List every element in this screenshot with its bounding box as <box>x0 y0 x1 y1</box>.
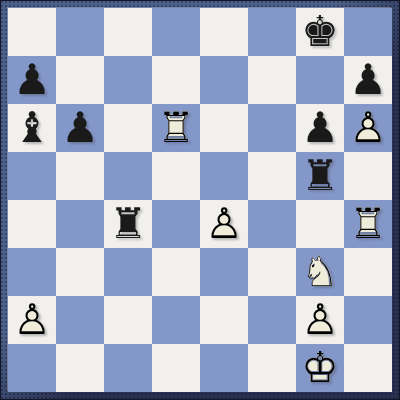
square-e4[interactable]: ♟♙ <box>200 200 248 248</box>
square-b8[interactable] <box>56 8 104 56</box>
chess-board: ♚♟♟♝♟♜♖♟♟♙♜♜♟♙♜♖♞♘♟♙♟♙♚♔ <box>8 8 392 392</box>
square-f2[interactable] <box>248 296 296 344</box>
square-h8[interactable] <box>344 8 392 56</box>
square-g5[interactable]: ♜ <box>296 152 344 200</box>
white-king-piece[interactable]: ♚♔ <box>296 344 344 392</box>
square-d5[interactable] <box>152 152 200 200</box>
board-frame: ♚♟♟♝♟♜♖♟♟♙♜♜♟♙♜♖♞♘♟♙♟♙♚♔ <box>0 0 400 400</box>
square-h5[interactable] <box>344 152 392 200</box>
square-b2[interactable] <box>56 296 104 344</box>
square-d6[interactable]: ♜♖ <box>152 104 200 152</box>
square-c6[interactable] <box>104 104 152 152</box>
square-e8[interactable] <box>200 8 248 56</box>
square-f5[interactable] <box>248 152 296 200</box>
square-d7[interactable] <box>152 56 200 104</box>
square-e7[interactable] <box>200 56 248 104</box>
square-c1[interactable] <box>104 344 152 392</box>
square-e5[interactable] <box>200 152 248 200</box>
square-c4[interactable]: ♜ <box>104 200 152 248</box>
square-b5[interactable] <box>56 152 104 200</box>
square-b1[interactable] <box>56 344 104 392</box>
square-f3[interactable] <box>248 248 296 296</box>
square-a1[interactable] <box>8 344 56 392</box>
white-rook-piece[interactable]: ♜♖ <box>152 104 200 152</box>
square-a7[interactable]: ♟ <box>8 56 56 104</box>
white-pawn-piece[interactable]: ♟♙ <box>8 296 56 344</box>
square-h4[interactable]: ♜♖ <box>344 200 392 248</box>
white-pawn-piece[interactable]: ♟♙ <box>296 296 344 344</box>
square-c7[interactable] <box>104 56 152 104</box>
square-h2[interactable] <box>344 296 392 344</box>
black-king-piece[interactable]: ♚ <box>296 8 344 56</box>
square-g7[interactable] <box>296 56 344 104</box>
square-g3[interactable]: ♞♘ <box>296 248 344 296</box>
square-d3[interactable] <box>152 248 200 296</box>
square-d4[interactable] <box>152 200 200 248</box>
square-e2[interactable] <box>200 296 248 344</box>
square-b6[interactable]: ♟ <box>56 104 104 152</box>
square-g6[interactable]: ♟ <box>296 104 344 152</box>
square-d8[interactable] <box>152 8 200 56</box>
square-g1[interactable]: ♚♔ <box>296 344 344 392</box>
white-rook-piece[interactable]: ♜♖ <box>344 200 392 248</box>
square-b7[interactable] <box>56 56 104 104</box>
square-b3[interactable] <box>56 248 104 296</box>
black-pawn-piece[interactable]: ♟ <box>8 56 56 104</box>
black-bishop-piece[interactable]: ♝ <box>8 104 56 152</box>
square-e6[interactable] <box>200 104 248 152</box>
square-g2[interactable]: ♟♙ <box>296 296 344 344</box>
square-a3[interactable] <box>8 248 56 296</box>
square-a8[interactable] <box>8 8 56 56</box>
white-pawn-piece[interactable]: ♟♙ <box>344 104 392 152</box>
square-a2[interactable]: ♟♙ <box>8 296 56 344</box>
black-rook-piece[interactable]: ♜ <box>296 152 344 200</box>
square-h6[interactable]: ♟♙ <box>344 104 392 152</box>
square-e3[interactable] <box>200 248 248 296</box>
black-pawn-piece[interactable]: ♟ <box>296 104 344 152</box>
square-f6[interactable] <box>248 104 296 152</box>
square-d1[interactable] <box>152 344 200 392</box>
square-c8[interactable] <box>104 8 152 56</box>
square-c5[interactable] <box>104 152 152 200</box>
square-a5[interactable] <box>8 152 56 200</box>
white-pawn-piece[interactable]: ♟♙ <box>200 200 248 248</box>
square-d2[interactable] <box>152 296 200 344</box>
square-a6[interactable]: ♝ <box>8 104 56 152</box>
square-f8[interactable] <box>248 8 296 56</box>
square-h7[interactable]: ♟ <box>344 56 392 104</box>
square-a4[interactable] <box>8 200 56 248</box>
square-b4[interactable] <box>56 200 104 248</box>
black-rook-piece[interactable]: ♜ <box>104 200 152 248</box>
square-c3[interactable] <box>104 248 152 296</box>
black-pawn-piece[interactable]: ♟ <box>344 56 392 104</box>
white-knight-piece[interactable]: ♞♘ <box>296 248 344 296</box>
square-f7[interactable] <box>248 56 296 104</box>
square-g4[interactable] <box>296 200 344 248</box>
square-h3[interactable] <box>344 248 392 296</box>
square-g8[interactable]: ♚ <box>296 8 344 56</box>
square-f1[interactable] <box>248 344 296 392</box>
black-pawn-piece[interactable]: ♟ <box>56 104 104 152</box>
square-e1[interactable] <box>200 344 248 392</box>
square-h1[interactable] <box>344 344 392 392</box>
square-c2[interactable] <box>104 296 152 344</box>
square-f4[interactable] <box>248 200 296 248</box>
